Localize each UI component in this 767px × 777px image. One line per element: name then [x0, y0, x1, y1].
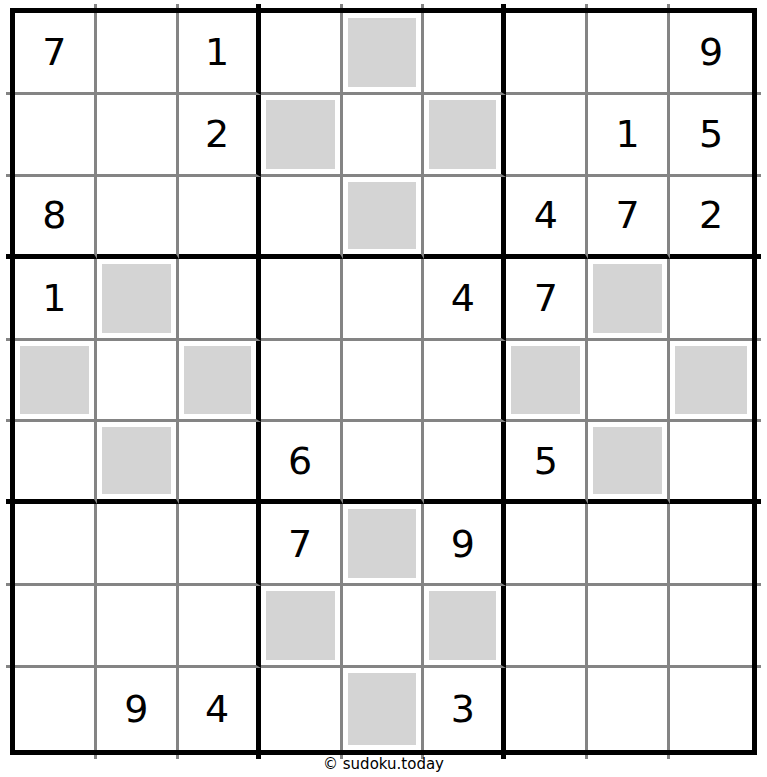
sudoku-cell[interactable]	[15, 95, 97, 177]
sudoku-cell[interactable]: 7	[588, 177, 670, 259]
sudoku-cell[interactable]	[15, 422, 97, 504]
grid-line-tick	[585, 4, 588, 8]
sudoku-cell[interactable]	[179, 504, 261, 586]
shaded-cell-marker	[184, 346, 251, 415]
sudoku-cell[interactable]	[424, 341, 506, 423]
sudoku-cell[interactable]	[97, 341, 179, 423]
shaded-cell-marker	[266, 591, 335, 660]
grid-line-tick	[757, 419, 761, 422]
shaded-cell-marker	[266, 100, 335, 169]
copyright-text: © sudoku.today	[323, 755, 444, 773]
sudoku-cell[interactable]	[343, 13, 425, 95]
sudoku-cell[interactable]	[343, 504, 425, 586]
grid-line-tick	[757, 338, 761, 341]
sudoku-cell[interactable]	[15, 341, 97, 423]
shaded-cell-marker	[348, 18, 417, 87]
given-digit: 1	[205, 33, 229, 71]
grid-line-tick	[6, 174, 10, 177]
given-digit: 3	[451, 690, 475, 728]
shaded-cell-marker	[429, 591, 496, 660]
sudoku-cell[interactable]: 4	[424, 259, 506, 341]
sudoku-cell[interactable]	[97, 586, 179, 668]
shaded-cell-marker	[348, 673, 417, 745]
grid-line-tick	[757, 499, 761, 504]
shaded-cell-marker	[348, 182, 417, 249]
sudoku-cell[interactable]	[670, 341, 752, 423]
given-digit: 9	[124, 690, 148, 728]
sudoku-cell[interactable]	[506, 95, 588, 177]
sudoku-cell[interactable]: 4	[506, 177, 588, 259]
sudoku-cell[interactable]	[261, 259, 343, 341]
sudoku-cell[interactable]	[424, 177, 506, 259]
sudoku-cell[interactable]	[588, 13, 670, 95]
sudoku-cell[interactable]: 2	[670, 177, 752, 259]
sudoku-cell[interactable]: 9	[97, 668, 179, 750]
sudoku-cell[interactable]	[424, 422, 506, 504]
sudoku-cell[interactable]: 7	[506, 259, 588, 341]
given-digit: 7	[288, 525, 312, 563]
given-digit: 2	[699, 196, 723, 234]
grid-line-tick	[6, 583, 10, 586]
sudoku-cell[interactable]	[261, 13, 343, 95]
sudoku-cell[interactable]	[179, 422, 261, 504]
sudoku-cell[interactable]: 1	[179, 13, 261, 95]
grid-line-tick	[340, 4, 343, 8]
copyright-footer: © sudoku.today	[10, 754, 757, 774]
sudoku-cell[interactable]	[97, 95, 179, 177]
given-digit: 9	[451, 525, 475, 563]
sudoku-cell[interactable]	[261, 177, 343, 259]
grid-line-tick	[667, 4, 670, 8]
sudoku-cell[interactable]	[97, 177, 179, 259]
given-digit: 4	[534, 196, 558, 234]
given-digit: 1	[616, 115, 640, 153]
sudoku-cell[interactable]: 1	[588, 95, 670, 177]
sudoku-cell[interactable]	[179, 259, 261, 341]
grid-line-tick	[6, 665, 10, 668]
grid-line-tick	[94, 4, 97, 8]
shaded-cell-marker	[348, 509, 417, 578]
sudoku-cell[interactable]	[670, 668, 752, 750]
sudoku-cell[interactable]	[424, 586, 506, 668]
grid-line-tick	[6, 499, 10, 504]
sudoku-cell[interactable]	[179, 586, 261, 668]
sudoku-cell[interactable]	[261, 341, 343, 423]
sudoku-cell[interactable]	[343, 177, 425, 259]
shaded-cell-marker	[429, 100, 496, 169]
shaded-cell-marker	[102, 264, 171, 333]
shaded-cell-marker	[593, 427, 662, 494]
sudoku-cell[interactable]: 9	[424, 504, 506, 586]
grid-line-tick	[6, 254, 10, 259]
sudoku-cell[interactable]	[424, 95, 506, 177]
sudoku-cell[interactable]	[15, 668, 97, 750]
shaded-cell-marker	[675, 346, 747, 415]
sudoku-cell[interactable]	[15, 586, 97, 668]
sudoku-cell[interactable]	[506, 504, 588, 586]
sudoku-cell[interactable]	[179, 177, 261, 259]
sudoku-cell[interactable]	[343, 422, 425, 504]
sudoku-cell[interactable]	[15, 504, 97, 586]
grid-line-tick	[176, 4, 179, 8]
sudoku-cell[interactable]	[670, 504, 752, 586]
sudoku-cell[interactable]	[261, 668, 343, 750]
sudoku-cell[interactable]	[261, 586, 343, 668]
given-digit: 7	[42, 33, 66, 71]
grid-line-tick	[757, 92, 761, 95]
sudoku-cell[interactable]	[343, 668, 425, 750]
given-digit: 1	[42, 279, 66, 317]
grid-line-tick	[6, 338, 10, 341]
sudoku-cell[interactable]: 2	[179, 95, 261, 177]
sudoku-cell[interactable]	[506, 13, 588, 95]
sudoku-cell[interactable]	[343, 259, 425, 341]
shaded-cell-marker	[511, 346, 580, 415]
sudoku-cell[interactable]: 4	[179, 668, 261, 750]
grid-line-tick	[757, 583, 761, 586]
given-digit: 4	[205, 690, 229, 728]
sudoku-cell[interactable]	[506, 668, 588, 750]
given-digit: 4	[451, 279, 475, 317]
grid-line-tick	[256, 4, 261, 8]
grid-line-tick	[6, 92, 10, 95]
sudoku-cell[interactable]	[588, 504, 670, 586]
given-digit: 7	[534, 279, 558, 317]
sudoku-cell[interactable]	[343, 341, 425, 423]
sudoku-cell[interactable]	[670, 586, 752, 668]
sudoku-cell[interactable]	[97, 422, 179, 504]
sudoku-cell[interactable]	[588, 586, 670, 668]
sudoku-cell[interactable]	[588, 259, 670, 341]
sudoku-cell[interactable]	[261, 95, 343, 177]
given-digit: 5	[534, 442, 558, 480]
sudoku-cell[interactable]: 1	[15, 259, 97, 341]
sudoku-cell[interactable]	[179, 341, 261, 423]
shaded-cell-marker	[20, 346, 89, 415]
grid-line-tick	[757, 254, 761, 259]
sudoku-board: 71921584721476579943	[10, 8, 757, 755]
grid-line-tick	[757, 174, 761, 177]
sudoku-cell[interactable]: 9	[670, 13, 752, 95]
given-digit: 6	[288, 442, 312, 480]
sudoku-cell[interactable]	[670, 259, 752, 341]
sudoku-cell[interactable]: 7	[15, 13, 97, 95]
sudoku-cell[interactable]	[343, 95, 425, 177]
sudoku-cell[interactable]	[97, 13, 179, 95]
sudoku-cell[interactable]	[588, 668, 670, 750]
sudoku-cell[interactable]: 5	[506, 422, 588, 504]
given-digit: 9	[699, 33, 723, 71]
given-digit: 7	[616, 196, 640, 234]
sudoku-cell[interactable]: 5	[670, 95, 752, 177]
sudoku-cell[interactable]	[506, 341, 588, 423]
sudoku-cell[interactable]	[97, 259, 179, 341]
sudoku-page: 71921584721476579943 © sudoku.today	[0, 0, 767, 777]
sudoku-cell[interactable]	[670, 422, 752, 504]
given-digit: 2	[205, 115, 229, 153]
sudoku-cell[interactable]	[588, 341, 670, 423]
sudoku-cell[interactable]: 8	[15, 177, 97, 259]
sudoku-cell[interactable]	[97, 504, 179, 586]
grid-line-tick	[757, 665, 761, 668]
given-digit: 5	[699, 115, 723, 153]
shaded-cell-marker	[593, 264, 662, 333]
grid-line-tick	[421, 4, 424, 8]
sudoku-cell[interactable]	[506, 586, 588, 668]
grid-line-tick	[6, 419, 10, 422]
sudoku-cell[interactable]: 6	[261, 422, 343, 504]
sudoku-cell[interactable]	[588, 422, 670, 504]
sudoku-cell[interactable]	[343, 586, 425, 668]
grid-line-tick	[501, 4, 506, 8]
sudoku-cell[interactable]	[424, 13, 506, 95]
sudoku-cell[interactable]: 3	[424, 668, 506, 750]
sudoku-cell[interactable]: 7	[261, 504, 343, 586]
given-digit: 8	[42, 196, 66, 234]
shaded-cell-marker	[102, 427, 171, 494]
